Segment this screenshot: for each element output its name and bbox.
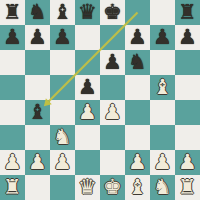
piece-black-pawn[interactable]: ♟: [25, 25, 50, 50]
chess-board: ♜♞♝♛♚♜♟♟♟♟♟♟♟♞♟♝♝♟♟♞♟♟♟♟♟♟♜♛♚♝♞♜: [0, 0, 200, 200]
square-a5[interactable]: [0, 75, 25, 100]
square-b6[interactable]: [25, 50, 50, 75]
square-a4[interactable]: [0, 100, 25, 125]
square-c1[interactable]: [50, 175, 75, 200]
piece-white-pawn[interactable]: ♟: [50, 150, 75, 175]
square-g2[interactable]: ♟: [150, 150, 175, 175]
piece-white-queen[interactable]: ♛: [75, 175, 100, 200]
piece-black-bishop[interactable]: ♝: [50, 0, 75, 25]
square-g3[interactable]: [150, 125, 175, 150]
piece-black-bishop[interactable]: ♝: [25, 100, 50, 125]
square-f1[interactable]: ♝: [125, 175, 150, 200]
piece-black-queen[interactable]: ♛: [75, 0, 100, 25]
square-c4[interactable]: [50, 100, 75, 125]
piece-black-rook[interactable]: ♜: [175, 0, 200, 25]
square-d5[interactable]: ♟: [75, 75, 100, 100]
square-a3[interactable]: [0, 125, 25, 150]
square-e6[interactable]: ♟: [100, 50, 125, 75]
square-f2[interactable]: ♟: [125, 150, 150, 175]
piece-black-pawn[interactable]: ♟: [175, 25, 200, 50]
square-c7[interactable]: ♟: [50, 25, 75, 50]
square-h1[interactable]: ♜: [175, 175, 200, 200]
square-d2[interactable]: [75, 150, 100, 175]
square-f7[interactable]: ♟: [125, 25, 150, 50]
square-g1[interactable]: ♞: [150, 175, 175, 200]
piece-white-bishop[interactable]: ♝: [150, 75, 175, 100]
piece-white-pawn[interactable]: ♟: [100, 100, 125, 125]
piece-white-pawn[interactable]: ♟: [125, 150, 150, 175]
square-g7[interactable]: ♟: [150, 25, 175, 50]
square-h7[interactable]: ♟: [175, 25, 200, 50]
piece-white-pawn[interactable]: ♟: [150, 150, 175, 175]
piece-white-pawn[interactable]: ♟: [0, 150, 25, 175]
piece-black-pawn[interactable]: ♟: [50, 25, 75, 50]
square-a8[interactable]: ♜: [0, 0, 25, 25]
piece-black-pawn[interactable]: ♟: [100, 50, 125, 75]
piece-white-pawn[interactable]: ♟: [75, 100, 100, 125]
square-a1[interactable]: ♜: [0, 175, 25, 200]
square-h4[interactable]: [175, 100, 200, 125]
square-g8[interactable]: [150, 0, 175, 25]
piece-black-king[interactable]: ♚: [100, 0, 125, 25]
square-e5[interactable]: [100, 75, 125, 100]
square-g5[interactable]: ♝: [150, 75, 175, 100]
square-a2[interactable]: ♟: [0, 150, 25, 175]
piece-black-pawn[interactable]: ♟: [125, 25, 150, 50]
square-h2[interactable]: ♟: [175, 150, 200, 175]
square-c6[interactable]: [50, 50, 75, 75]
piece-white-rook[interactable]: ♜: [175, 175, 200, 200]
square-b4[interactable]: ♝: [25, 100, 50, 125]
piece-black-pawn[interactable]: ♟: [0, 25, 25, 50]
square-c2[interactable]: ♟: [50, 150, 75, 175]
piece-white-king[interactable]: ♚: [100, 175, 125, 200]
square-e3[interactable]: [100, 125, 125, 150]
piece-black-rook[interactable]: ♜: [0, 0, 25, 25]
piece-white-rook[interactable]: ♜: [0, 175, 25, 200]
square-c3[interactable]: ♞: [50, 125, 75, 150]
square-f5[interactable]: [125, 75, 150, 100]
piece-black-pawn[interactable]: ♟: [150, 25, 175, 50]
square-e8[interactable]: ♚: [100, 0, 125, 25]
piece-black-pawn[interactable]: ♟: [75, 75, 100, 100]
square-b1[interactable]: [25, 175, 50, 200]
square-b8[interactable]: ♞: [25, 0, 50, 25]
square-f8[interactable]: [125, 0, 150, 25]
square-e2[interactable]: [100, 150, 125, 175]
piece-black-knight[interactable]: ♞: [25, 0, 50, 25]
square-b5[interactable]: [25, 75, 50, 100]
square-h8[interactable]: ♜: [175, 0, 200, 25]
piece-white-pawn[interactable]: ♟: [25, 150, 50, 175]
square-h5[interactable]: [175, 75, 200, 100]
piece-white-pawn[interactable]: ♟: [175, 150, 200, 175]
square-d4[interactable]: ♟: [75, 100, 100, 125]
square-d8[interactable]: ♛: [75, 0, 100, 25]
square-a7[interactable]: ♟: [0, 25, 25, 50]
square-e7[interactable]: [100, 25, 125, 50]
square-h3[interactable]: [175, 125, 200, 150]
square-d1[interactable]: ♛: [75, 175, 100, 200]
square-d7[interactable]: [75, 25, 100, 50]
square-d3[interactable]: [75, 125, 100, 150]
piece-white-knight[interactable]: ♞: [150, 175, 175, 200]
square-d6[interactable]: [75, 50, 100, 75]
square-e1[interactable]: ♚: [100, 175, 125, 200]
square-g4[interactable]: [150, 100, 175, 125]
square-c8[interactable]: ♝: [50, 0, 75, 25]
square-b7[interactable]: ♟: [25, 25, 50, 50]
square-a6[interactable]: [0, 50, 25, 75]
square-b3[interactable]: [25, 125, 50, 150]
square-g6[interactable]: [150, 50, 175, 75]
square-e4[interactable]: ♟: [100, 100, 125, 125]
square-b2[interactable]: ♟: [25, 150, 50, 175]
square-f3[interactable]: [125, 125, 150, 150]
chess-board-container: ♜♞♝♛♚♜♟♟♟♟♟♟♟♞♟♝♝♟♟♞♟♟♟♟♟♟♜♛♚♝♞♜: [0, 0, 200, 200]
piece-black-knight[interactable]: ♞: [125, 50, 150, 75]
square-f6[interactable]: ♞: [125, 50, 150, 75]
piece-white-bishop[interactable]: ♝: [125, 175, 150, 200]
piece-white-knight[interactable]: ♞: [50, 125, 75, 150]
square-c5[interactable]: [50, 75, 75, 100]
square-f4[interactable]: [125, 100, 150, 125]
square-h6[interactable]: [175, 50, 200, 75]
